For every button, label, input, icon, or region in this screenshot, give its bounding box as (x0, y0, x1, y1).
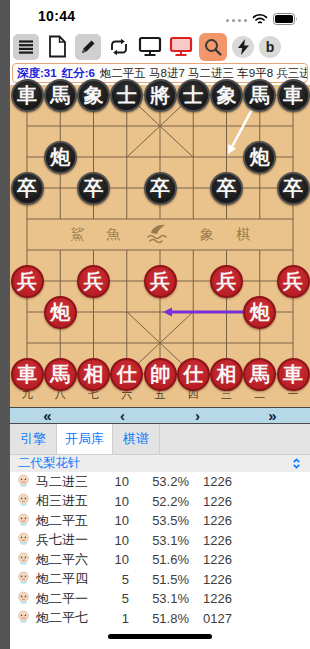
book-move-name: 马二进三 (33, 473, 103, 491)
book-move-winrate: 52.2% (129, 494, 189, 509)
book-move-winrate: 51.8% (129, 611, 189, 626)
book-move-icon (17, 513, 30, 526)
search-icon (203, 37, 223, 57)
book-header: 二代梨花针 (10, 455, 310, 472)
book-move-icon (17, 591, 30, 604)
xiangqi-piece-black[interactable]: 將 (144, 79, 177, 112)
bottom-tab-bar: 引擎开局库棋谱 (10, 424, 310, 455)
tab-bar-filler (160, 424, 310, 454)
xiangqi-piece-black[interactable]: 車 (277, 79, 310, 112)
app-screen: 10:44 (10, 0, 310, 649)
river-text: 棋 (236, 226, 250, 244)
board-view-button[interactable] (137, 34, 163, 60)
xiangqi-piece-red[interactable]: 車 (277, 358, 310, 391)
home-indicator[interactable] (108, 634, 212, 639)
book-move-weight: 10 (103, 533, 129, 548)
xiangqi-piece-red[interactable]: 炮 (243, 296, 276, 329)
book-move-icon (17, 493, 30, 506)
principal-variation: 炮二平五 马8进7 马二进三 车9平8 兵三进… (100, 66, 308, 81)
book-move-name: 炮二平四 (33, 570, 103, 588)
book-move-winrate: 53.1% (129, 591, 189, 606)
status-bar: 10:44 (10, 0, 310, 30)
book-move-row[interactable]: 炮二平七151.8%0127 (10, 609, 310, 629)
letter-b-icon: b (266, 40, 275, 54)
lightning-icon (237, 39, 250, 55)
xiangqi-piece-red[interactable]: 兵 (77, 265, 110, 298)
book-move-list: 马二进三1053.2%1226 相三进五1052.2%1226 炮二平五1053… (10, 472, 310, 628)
book-move-winrate: 53.5% (129, 513, 189, 528)
last-move-button[interactable]: » (235, 408, 310, 423)
tab-game-record[interactable]: 棋谱 (113, 424, 160, 454)
book-move-count: 0127 (189, 611, 232, 626)
xiangqi-piece-red[interactable]: 兵 (277, 265, 310, 298)
xiangqi-piece-black[interactable]: 炮 (44, 141, 77, 174)
book-move-count: 1226 (189, 533, 232, 548)
xiangqi-piece-red[interactable]: 馬 (243, 358, 276, 391)
book-move-count: 1226 (189, 513, 232, 528)
book-move-count: 1226 (189, 572, 232, 587)
book-move-winrate: 51.5% (129, 572, 189, 587)
xiangqi-board[interactable]: 鯊魚象棋 九八七六五四三二一 車馬象士將士象馬車炮炮卒卒卒卒卒兵兵兵兵兵炮炮車馬… (10, 85, 310, 407)
book-move-name: 炮二平五 (33, 512, 103, 530)
xiangqi-piece-black[interactable]: 卒 (11, 172, 44, 205)
xiangqi-piece-black[interactable]: 卒 (210, 172, 243, 205)
book-move-weight: 5 (103, 572, 129, 587)
river-text: 象 (200, 226, 214, 244)
xiangqi-piece-red[interactable]: 馬 (44, 358, 77, 391)
book-move-weight: 10 (103, 552, 129, 567)
hamburger-icon (17, 39, 35, 55)
tab-engine[interactable]: 引擎 (10, 424, 57, 454)
xiangqi-piece-red[interactable]: 仕 (177, 358, 210, 391)
document-icon (48, 35, 67, 58)
battery-icon (273, 11, 298, 29)
monitor-icon (138, 36, 162, 57)
book-move-winrate: 53.1% (129, 533, 189, 548)
xiangqi-piece-red[interactable]: 兵 (144, 265, 177, 298)
xiangqi-piece-black[interactable]: 卒 (144, 172, 177, 205)
xiangqi-piece-red[interactable]: 炮 (44, 296, 77, 329)
xiangqi-piece-red[interactable]: 車 (11, 358, 44, 391)
wifi-icon (252, 11, 268, 29)
book-title: 二代梨花针 (18, 455, 81, 472)
book-move-row[interactable]: 兵七进一1053.1%1226 (10, 531, 310, 551)
engine-depth: 深度:31 (17, 66, 57, 81)
new-game-button[interactable] (44, 34, 70, 60)
book-button[interactable]: b (259, 36, 281, 58)
edit-button[interactable] (75, 34, 101, 60)
xiangqi-piece-black[interactable]: 象 (77, 79, 110, 112)
book-move-row[interactable]: 炮二平一553.1%1226 (10, 589, 310, 609)
book-move-name: 炮二平七 (33, 609, 103, 627)
book-move-weight: 1 (103, 611, 129, 626)
book-move-icon (17, 571, 30, 584)
book-move-row[interactable]: 炮二平六1051.6%1226 (10, 550, 310, 570)
board-view-red-button[interactable] (168, 34, 194, 60)
book-move-name: 兵七进一 (33, 531, 103, 549)
book-move-row[interactable]: 炮二平五1053.5%1226 (10, 511, 310, 531)
book-move-icon (17, 532, 30, 545)
xiangqi-piece-black[interactable]: 馬 (243, 79, 276, 112)
search-button[interactable] (199, 33, 227, 61)
xiangqi-piece-red[interactable]: 相 (210, 358, 243, 391)
menu-button[interactable] (13, 34, 39, 60)
xiangqi-piece-black[interactable]: 車 (11, 79, 44, 112)
book-move-row[interactable]: 马二进三1053.2%1226 (10, 472, 310, 492)
xiangqi-piece-red[interactable]: 帥 (144, 358, 177, 391)
xiangqi-piece-black[interactable]: 馬 (44, 79, 77, 112)
book-move-count: 1226 (189, 591, 232, 606)
book-move-name: 相三进五 (33, 492, 103, 510)
book-move-count: 1226 (189, 494, 232, 509)
xiangqi-piece-black[interactable]: 卒 (277, 172, 310, 205)
cellular-signal-icon (226, 19, 247, 22)
book-move-winrate: 51.6% (129, 552, 189, 567)
river-text: 鯊 (71, 226, 85, 244)
book-move-weight: 10 (103, 513, 129, 528)
book-move-row[interactable]: 相三进五1052.2%1226 (10, 492, 310, 512)
move-navigation-bar: « ‹ › » (10, 407, 310, 424)
book-move-row[interactable]: 炮二平四551.5%1226 (10, 570, 310, 590)
book-move-name: 炮二平一 (33, 590, 103, 608)
sort-toggle[interactable] (291, 457, 302, 470)
toolbar: b (10, 30, 310, 63)
xiangqi-piece-black[interactable]: 炮 (243, 141, 276, 174)
book-move-icon (17, 474, 30, 487)
first-move-button[interactable]: « (10, 408, 85, 423)
tab-opening-book[interactable]: 开局库 (57, 424, 113, 454)
flip-board-button[interactable] (106, 34, 132, 60)
clock-time: 10:44 (38, 8, 75, 24)
repeat-arrows-icon (108, 37, 130, 57)
xiangqi-piece-red[interactable]: 兵 (210, 265, 243, 298)
xiangqi-piece-black[interactable]: 象 (210, 79, 243, 112)
book-move-icon (17, 552, 30, 565)
xiangqi-piece-red[interactable]: 仕 (110, 358, 143, 391)
prev-move-button[interactable]: ‹ (85, 408, 160, 423)
pencil-icon (79, 38, 97, 56)
system-icons (226, 11, 298, 29)
book-move-count: 1226 (189, 552, 232, 567)
engine-button[interactable] (232, 36, 254, 58)
book-move-count: 1226 (189, 474, 232, 489)
river-text: 魚 (106, 226, 120, 244)
book-move-weight: 10 (103, 474, 129, 489)
xiangqi-piece-black[interactable]: 士 (177, 79, 210, 112)
book-move-icon (17, 610, 30, 623)
xiangqi-piece-red[interactable]: 兵 (11, 265, 44, 298)
xiangqi-piece-black[interactable]: 士 (110, 79, 143, 112)
next-move-button[interactable]: › (160, 408, 235, 423)
xiangqi-piece-red[interactable]: 相 (77, 358, 110, 391)
xiangqi-piece-black[interactable]: 卒 (77, 172, 110, 205)
up-down-chevrons-icon (291, 457, 302, 470)
book-move-name: 炮二平六 (33, 551, 103, 569)
shark-logo-icon (144, 221, 172, 249)
book-move-winrate: 53.2% (129, 474, 189, 489)
book-move-weight: 10 (103, 494, 129, 509)
book-move-weight: 5 (103, 591, 129, 606)
monitor-red-icon (169, 36, 193, 57)
